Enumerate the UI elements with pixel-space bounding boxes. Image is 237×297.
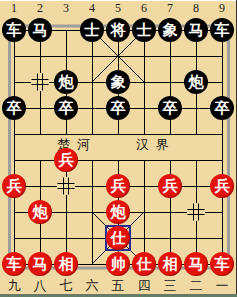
file-label-bottom-8: 二 [183,279,209,293]
piece-black-soldier[interactable]: 卒 [106,96,130,120]
point-marker [31,73,49,91]
window-top-edge [0,0,237,1]
piece-red-soldier[interactable]: 兵 [158,174,182,198]
piece-red-soldier[interactable]: 兵 [54,148,78,172]
piece-black-soldier[interactable]: 卒 [54,96,78,120]
file-label-top-6: 6 [131,1,157,15]
file-label-top-9: 9 [209,1,235,15]
file-label-bottom-9: 一 [209,279,235,293]
xiangqi-board[interactable]: 123456789 楚河 汉界 车马士将士象马车炮象炮卒卒卒卒卒兵兵兵兵兵炮炮仕… [0,0,237,297]
file-label-bottom-5: 五 [105,279,131,293]
file-label-bottom-2: 八 [27,279,53,293]
piece-red-cannon[interactable]: 炮 [106,200,130,224]
piece-black-soldier[interactable]: 卒 [158,96,182,120]
piece-black-cannon[interactable]: 炮 [54,70,78,94]
file-label-bottom-3: 七 [53,279,79,293]
piece-red-chariot[interactable]: 车 [210,252,234,276]
file-label-top-5: 5 [105,1,131,15]
point-marker [57,177,75,195]
piece-red-soldier[interactable]: 兵 [210,174,234,198]
file-label-top-3: 3 [53,1,79,15]
piece-red-elephant[interactable]: 相 [54,252,78,276]
file-label-top-2: 2 [27,1,53,15]
piece-black-chariot[interactable]: 车 [210,18,234,42]
piece-red-horse[interactable]: 马 [184,252,208,276]
file-label-bottom-1: 九 [1,279,27,293]
piece-black-advisor[interactable]: 士 [132,18,156,42]
file-label-top-7: 7 [157,1,183,15]
piece-black-elephant[interactable]: 象 [158,18,182,42]
piece-red-general[interactable]: 帅 [106,252,130,276]
piece-black-soldier[interactable]: 卒 [210,96,234,120]
piece-red-advisor[interactable]: 仕 [106,226,130,250]
piece-black-general[interactable]: 将 [106,18,130,42]
window-right-edge [236,0,237,297]
piece-black-advisor[interactable]: 士 [80,18,104,42]
piece-red-elephant[interactable]: 相 [158,252,182,276]
file-label-bottom-4: 六 [79,279,105,293]
piece-red-cannon[interactable]: 炮 [28,200,52,224]
piece-black-cannon[interactable]: 炮 [184,70,208,94]
piece-black-elephant[interactable]: 象 [106,70,130,94]
file-label-top-4: 4 [79,1,105,15]
piece-black-soldier[interactable]: 卒 [2,96,26,120]
piece-red-soldier[interactable]: 兵 [106,174,130,198]
file-label-bottom-6: 四 [131,279,157,293]
file-label-bottom-7: 三 [157,279,183,293]
piece-red-advisor[interactable]: 仕 [132,252,156,276]
piece-black-chariot[interactable]: 车 [2,18,26,42]
piece-red-chariot[interactable]: 车 [2,252,26,276]
piece-black-horse[interactable]: 马 [184,18,208,42]
file-label-top-1: 1 [1,1,27,15]
point-marker [187,203,205,221]
river-right-label: 汉界 [136,138,176,152]
piece-red-soldier[interactable]: 兵 [2,174,26,198]
piece-black-horse[interactable]: 马 [28,18,52,42]
piece-red-horse[interactable]: 马 [28,252,52,276]
file-label-top-8: 8 [183,1,209,15]
